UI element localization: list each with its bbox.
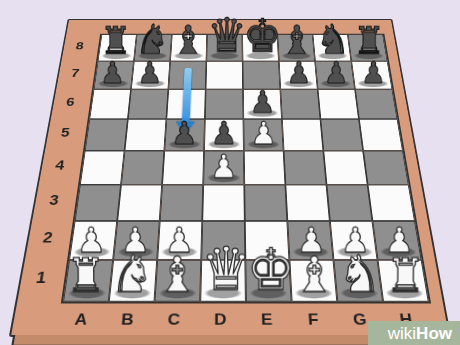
square-g3[interactable] xyxy=(327,185,373,221)
file-label-f: F xyxy=(290,311,338,330)
square-f4[interactable] xyxy=(284,151,327,185)
square-f5[interactable] xyxy=(282,119,323,151)
square-f7[interactable]: ♟ xyxy=(279,61,318,89)
square-b4[interactable] xyxy=(121,151,164,185)
wikihow-how-text: How xyxy=(416,325,452,342)
white-knight[interactable]: ♞ xyxy=(110,248,154,299)
white-bishop[interactable]: ♝ xyxy=(292,250,336,299)
white-pawn[interactable]: ♟ xyxy=(204,150,243,182)
rank-label-8: 8 xyxy=(63,41,96,53)
square-d8[interactable]: ♛ xyxy=(206,35,242,61)
rank-label-5: 5 xyxy=(47,126,83,140)
rank-label-6: 6 xyxy=(53,96,88,109)
rank-label-4: 4 xyxy=(41,158,79,173)
square-b5[interactable] xyxy=(125,119,167,151)
square-e3[interactable] xyxy=(244,185,287,221)
black-pawn[interactable]: ♟ xyxy=(132,58,168,88)
square-h3[interactable] xyxy=(368,185,415,221)
black-bishop[interactable]: ♝ xyxy=(280,21,315,60)
square-c4[interactable] xyxy=(162,151,204,185)
black-bishop[interactable]: ♝ xyxy=(171,21,206,60)
black-queen[interactable]: ♛ xyxy=(207,12,242,59)
file-label-b: B xyxy=(104,311,152,330)
square-b7[interactable]: ♟ xyxy=(131,61,170,89)
square-c1[interactable]: ♝ xyxy=(154,260,201,302)
file-label-a: A xyxy=(57,311,106,330)
square-a7[interactable]: ♟ xyxy=(94,61,134,89)
square-c8[interactable]: ♝ xyxy=(170,35,207,61)
black-pawn[interactable]: ♟ xyxy=(165,117,203,148)
board-frame: ♜♞♝♛♚♝♞♜♟♟♟♟♟♟♟♟♟♟♟♟♟♟♟♟♜♞♝♛♚♝♞♜ 8765432… xyxy=(9,19,451,337)
square-b1[interactable]: ♞ xyxy=(109,260,157,302)
white-rook[interactable]: ♜ xyxy=(384,252,428,299)
square-c5[interactable]: ♟ xyxy=(164,119,205,151)
white-bishop[interactable]: ♝ xyxy=(156,250,200,299)
square-e8[interactable]: ♚ xyxy=(242,35,279,61)
square-a1[interactable]: ♜ xyxy=(63,260,113,302)
square-f1[interactable]: ♝ xyxy=(289,260,337,302)
square-a5[interactable] xyxy=(85,119,128,151)
black-pawn[interactable]: ♟ xyxy=(205,117,243,148)
white-pawn[interactable]: ♟ xyxy=(245,117,283,148)
square-g1[interactable]: ♞ xyxy=(333,260,383,302)
board-grid: ♜♞♝♛♚♝♞♜♟♟♟♟♟♟♟♟♟♟♟♟♟♟♟♟♜♞♝♛♚♝♞♜ xyxy=(61,34,431,304)
rank-label-2: 2 xyxy=(27,230,67,247)
white-knight[interactable]: ♞ xyxy=(338,248,382,299)
chess-diagram: ♜♞♝♛♚♝♞♜♟♟♟♟♟♟♟♟♟♟♟♟♟♟♟♟♜♞♝♛♚♝♞♜ 8765432… xyxy=(0,0,460,345)
black-pawn[interactable]: ♟ xyxy=(281,58,317,88)
white-rook[interactable]: ♜ xyxy=(64,252,108,299)
black-pawn[interactable]: ♟ xyxy=(95,58,131,88)
square-h5[interactable] xyxy=(359,119,403,151)
square-e5[interactable]: ♟ xyxy=(243,119,283,151)
square-g4[interactable] xyxy=(323,151,367,185)
square-b3[interactable] xyxy=(117,185,162,221)
file-label-d: D xyxy=(197,311,244,330)
white-king[interactable]: ♚ xyxy=(247,242,291,299)
rank-label-1: 1 xyxy=(20,269,62,287)
wikihow-wiki-text: wiki xyxy=(388,325,416,342)
black-rook[interactable]: ♜ xyxy=(352,22,387,59)
black-rook[interactable]: ♜ xyxy=(99,22,134,59)
rank-label-3: 3 xyxy=(34,193,73,209)
square-a6[interactable] xyxy=(89,89,131,119)
file-label-c: C xyxy=(151,311,198,330)
square-g5[interactable] xyxy=(320,119,363,151)
square-h4[interactable] xyxy=(363,151,409,185)
square-d7[interactable] xyxy=(206,61,243,89)
square-f3[interactable] xyxy=(285,185,329,221)
square-e1[interactable]: ♚ xyxy=(245,260,291,302)
square-d4[interactable]: ♟ xyxy=(203,151,244,185)
white-queen[interactable]: ♛ xyxy=(201,240,245,299)
square-d5[interactable]: ♟ xyxy=(204,119,244,151)
square-c3[interactable] xyxy=(160,185,203,221)
file-label-e: E xyxy=(244,311,291,330)
square-e4[interactable] xyxy=(244,151,286,185)
square-b6[interactable] xyxy=(128,89,168,119)
square-h6[interactable] xyxy=(355,89,397,119)
black-pawn[interactable]: ♟ xyxy=(244,87,281,118)
board-3d-wrapper: ♜♞♝♛♚♝♞♜♟♟♟♟♟♟♟♟♟♟♟♟♟♟♟♟♜♞♝♛♚♝♞♜ 8765432… xyxy=(9,19,451,337)
black-knight[interactable]: ♞ xyxy=(135,19,170,60)
square-h1[interactable]: ♜ xyxy=(378,260,429,302)
square-d3[interactable] xyxy=(202,185,245,221)
square-g7[interactable]: ♟ xyxy=(315,61,355,89)
square-f6[interactable] xyxy=(280,89,320,119)
square-g6[interactable] xyxy=(318,89,359,119)
black-pawn[interactable]: ♟ xyxy=(318,58,354,88)
square-a3[interactable] xyxy=(75,185,121,221)
square-h7[interactable]: ♟ xyxy=(351,61,392,89)
wikihow-watermark: wikiHow xyxy=(368,321,460,345)
black-knight[interactable]: ♞ xyxy=(316,19,351,60)
black-pawn[interactable]: ♟ xyxy=(356,58,392,88)
rank-label-7: 7 xyxy=(58,67,92,79)
square-a4[interactable] xyxy=(80,151,125,185)
square-d1[interactable]: ♛ xyxy=(200,260,246,302)
black-king[interactable]: ♚ xyxy=(243,14,278,60)
